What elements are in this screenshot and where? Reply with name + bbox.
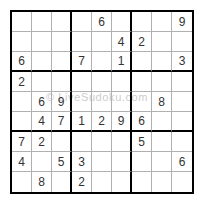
cell-r2c4[interactable] bbox=[72, 32, 92, 52]
cell-r6c8[interactable] bbox=[152, 112, 172, 132]
cell-r5c2[interactable]: 6 bbox=[32, 92, 52, 112]
cell-r8c1[interactable]: 4 bbox=[12, 152, 32, 172]
cell-r3c5[interactable] bbox=[92, 52, 112, 72]
given-digit: 8 bbox=[38, 176, 45, 188]
cell-r9c9[interactable] bbox=[172, 172, 192, 192]
cell-r7c1[interactable]: 7 bbox=[12, 132, 32, 152]
cell-r3c9[interactable]: 3 bbox=[172, 52, 192, 72]
cell-r4c9[interactable] bbox=[172, 72, 192, 92]
cell-r4c1[interactable]: 2 bbox=[12, 72, 32, 92]
cell-r1c5[interactable]: 6 bbox=[92, 12, 112, 32]
cell-r5c5[interactable] bbox=[92, 92, 112, 112]
cell-r1c4[interactable] bbox=[72, 12, 92, 32]
cell-r3c1[interactable]: 6 bbox=[12, 52, 32, 72]
cell-r6c9[interactable] bbox=[172, 112, 192, 132]
cell-r7c8[interactable] bbox=[152, 132, 172, 152]
cell-r8c7[interactable] bbox=[132, 152, 152, 172]
given-digit: 8 bbox=[158, 96, 165, 108]
cell-r6c3[interactable]: 7 bbox=[52, 112, 72, 132]
cell-r9c6[interactable] bbox=[112, 172, 132, 192]
given-digit: 5 bbox=[58, 156, 65, 168]
cell-r9c7[interactable] bbox=[132, 172, 152, 192]
given-digit: 3 bbox=[179, 55, 186, 67]
cell-r4c2[interactable] bbox=[32, 72, 52, 92]
cell-r3c2[interactable] bbox=[32, 52, 52, 72]
cell-r3c6[interactable]: 1 bbox=[112, 52, 132, 72]
given-digit: 3 bbox=[78, 156, 85, 168]
cell-r9c5[interactable] bbox=[92, 172, 112, 192]
given-digit: 2 bbox=[78, 176, 85, 188]
cell-r7c5[interactable] bbox=[92, 132, 112, 152]
page: © LiveSudoku.com 69426713269847129672545… bbox=[0, 0, 200, 200]
given-digit: 1 bbox=[118, 55, 125, 67]
cell-r8c8[interactable] bbox=[152, 152, 172, 172]
cell-r8c6[interactable] bbox=[112, 152, 132, 172]
given-digit: 7 bbox=[58, 115, 65, 127]
sudoku-board: © LiveSudoku.com 69426713269847129672545… bbox=[10, 10, 194, 194]
cell-r1c1[interactable] bbox=[12, 12, 32, 32]
cell-r1c3[interactable] bbox=[52, 12, 72, 32]
cell-r1c9[interactable]: 9 bbox=[172, 12, 192, 32]
cell-r8c4[interactable]: 3 bbox=[72, 152, 92, 172]
cell-r9c1[interactable] bbox=[12, 172, 32, 192]
cell-r6c6[interactable]: 9 bbox=[112, 112, 132, 132]
cell-r3c4[interactable]: 7 bbox=[72, 52, 92, 72]
cell-r1c8[interactable] bbox=[152, 12, 172, 32]
cell-r5c1[interactable] bbox=[12, 92, 32, 112]
cell-r4c3[interactable] bbox=[52, 72, 72, 92]
given-digit: 2 bbox=[138, 36, 145, 48]
cell-r7c3[interactable] bbox=[52, 132, 72, 152]
cell-r4c6[interactable] bbox=[112, 72, 132, 92]
given-digit: 6 bbox=[138, 115, 145, 127]
cell-r5c7[interactable] bbox=[132, 92, 152, 112]
cell-r1c7[interactable] bbox=[132, 12, 152, 32]
given-digit: 6 bbox=[18, 55, 25, 67]
given-digit: 1 bbox=[78, 115, 85, 127]
cell-r2c1[interactable] bbox=[12, 32, 32, 52]
cell-r5c3[interactable]: 9 bbox=[52, 92, 72, 112]
given-digit: 2 bbox=[38, 136, 45, 148]
given-digit: 2 bbox=[18, 76, 25, 88]
cell-r6c1[interactable] bbox=[12, 112, 32, 132]
given-digit: 9 bbox=[179, 16, 186, 28]
given-digit: 7 bbox=[78, 55, 85, 67]
given-digit: 6 bbox=[38, 96, 45, 108]
cell-r7c6[interactable] bbox=[112, 132, 132, 152]
given-digit: 7 bbox=[18, 136, 25, 148]
cell-r6c7[interactable]: 6 bbox=[132, 112, 152, 132]
cell-r8c2[interactable] bbox=[32, 152, 52, 172]
cell-r3c3[interactable] bbox=[52, 52, 72, 72]
cell-r2c6[interactable]: 4 bbox=[112, 32, 132, 52]
cell-r4c4[interactable] bbox=[72, 72, 92, 92]
cell-r3c7[interactable] bbox=[132, 52, 152, 72]
cell-r9c2[interactable]: 8 bbox=[32, 172, 52, 192]
cell-r2c2[interactable] bbox=[32, 32, 52, 52]
cell-r1c6[interactable] bbox=[112, 12, 132, 32]
given-digit: 2 bbox=[98, 115, 105, 127]
cell-r7c9[interactable] bbox=[172, 132, 192, 152]
cell-r7c7[interactable]: 5 bbox=[132, 132, 152, 152]
given-digit: 4 bbox=[18, 156, 25, 168]
cell-r8c9[interactable]: 6 bbox=[172, 152, 192, 172]
cell-r6c5[interactable]: 2 bbox=[92, 112, 112, 132]
cell-r5c8[interactable]: 8 bbox=[152, 92, 172, 112]
cell-r8c5[interactable] bbox=[92, 152, 112, 172]
cell-r5c6[interactable] bbox=[112, 92, 132, 112]
cell-r2c3[interactable] bbox=[52, 32, 72, 52]
cell-r7c2[interactable]: 2 bbox=[32, 132, 52, 152]
cell-r1c2[interactable] bbox=[32, 12, 52, 32]
cell-r2c8[interactable] bbox=[152, 32, 172, 52]
given-digit: 9 bbox=[58, 96, 65, 108]
cell-r9c3[interactable] bbox=[52, 172, 72, 192]
cell-r7c4[interactable] bbox=[72, 132, 92, 152]
cell-r9c4[interactable]: 2 bbox=[72, 172, 92, 192]
given-digit: 6 bbox=[98, 16, 105, 28]
given-digit: 9 bbox=[118, 115, 125, 127]
given-digit: 4 bbox=[38, 115, 45, 127]
cell-r6c4[interactable]: 1 bbox=[72, 112, 92, 132]
cell-r4c5[interactable] bbox=[92, 72, 112, 92]
cell-r5c9[interactable] bbox=[172, 92, 192, 112]
cell-r6c2[interactable]: 4 bbox=[32, 112, 52, 132]
given-digit: 6 bbox=[179, 156, 186, 168]
cell-r2c5[interactable] bbox=[92, 32, 112, 52]
cell-r2c9[interactable] bbox=[172, 32, 192, 52]
given-digit: 4 bbox=[118, 36, 125, 48]
cell-r2c7[interactable]: 2 bbox=[132, 32, 152, 52]
given-digit: 5 bbox=[138, 136, 145, 148]
cell-r8c3[interactable]: 5 bbox=[52, 152, 72, 172]
cell-r4c8[interactable] bbox=[152, 72, 172, 92]
cell-r5c4[interactable] bbox=[72, 92, 92, 112]
cell-r3c8[interactable] bbox=[152, 52, 172, 72]
cell-r4c7[interactable] bbox=[132, 72, 152, 92]
cell-r9c8[interactable] bbox=[152, 172, 172, 192]
